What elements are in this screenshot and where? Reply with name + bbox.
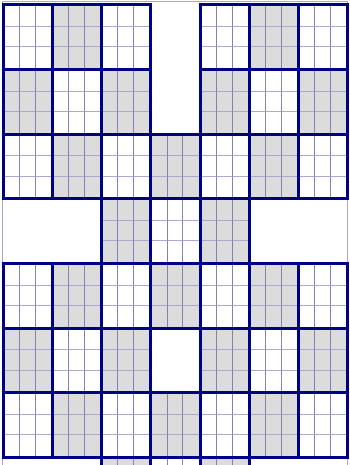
cell[interactable] (202, 286, 217, 307)
cell[interactable] (217, 6, 232, 27)
cell[interactable] (266, 47, 281, 68)
cell[interactable] (233, 112, 248, 133)
cell[interactable] (103, 350, 118, 370)
cell[interactable] (315, 371, 330, 391)
cell[interactable] (282, 156, 297, 176)
cell[interactable] (266, 350, 281, 370)
cell[interactable] (36, 6, 51, 27)
cell[interactable] (54, 394, 69, 415)
cell[interactable] (202, 459, 217, 465)
cell[interactable] (282, 47, 297, 68)
cell[interactable] (202, 221, 217, 242)
cell[interactable] (300, 47, 315, 68)
cell[interactable] (217, 265, 232, 286)
cell[interactable] (202, 27, 217, 48)
cell[interactable] (251, 371, 266, 391)
cell[interactable] (152, 415, 168, 436)
cell[interactable] (69, 47, 84, 68)
cell[interactable] (168, 415, 184, 436)
cell[interactable] (69, 177, 84, 197)
cell[interactable] (233, 459, 248, 465)
cell[interactable] (134, 265, 149, 286)
cell[interactable] (266, 265, 281, 286)
cell[interactable] (251, 435, 266, 456)
cell[interactable] (103, 92, 118, 113)
cell[interactable] (20, 394, 35, 415)
cell[interactable] (168, 435, 184, 456)
cell[interactable] (134, 156, 149, 176)
cell[interactable] (103, 265, 118, 286)
cell[interactable] (103, 221, 118, 242)
cell[interactable] (202, 200, 217, 221)
cell[interactable] (36, 371, 51, 391)
cell[interactable] (85, 112, 100, 133)
cell[interactable] (300, 177, 315, 197)
cell[interactable] (69, 330, 84, 350)
cell[interactable] (118, 177, 133, 197)
cell[interactable] (266, 71, 281, 92)
cell[interactable] (20, 92, 35, 113)
cell[interactable] (36, 112, 51, 133)
cell[interactable] (168, 136, 184, 156)
cell[interactable] (183, 241, 199, 262)
cell[interactable] (282, 415, 297, 436)
cell[interactable] (315, 394, 330, 415)
cell[interactable] (282, 136, 297, 156)
cell[interactable] (233, 136, 248, 156)
cell[interactable] (54, 330, 69, 350)
cell[interactable] (54, 435, 69, 456)
cell[interactable] (134, 92, 149, 113)
cell[interactable] (251, 71, 266, 92)
cell[interactable] (331, 394, 346, 415)
cell[interactable] (36, 415, 51, 436)
cell[interactable] (202, 177, 217, 197)
cell[interactable] (5, 47, 20, 68)
cell[interactable] (315, 330, 330, 350)
cell[interactable] (183, 200, 199, 221)
cell[interactable] (251, 92, 266, 113)
cell[interactable] (233, 371, 248, 391)
cell[interactable] (251, 394, 266, 415)
cell[interactable] (85, 47, 100, 68)
cell[interactable] (183, 265, 199, 286)
cell[interactable] (118, 265, 133, 286)
cell[interactable] (233, 435, 248, 456)
cell[interactable] (36, 136, 51, 156)
cell[interactable] (5, 6, 20, 27)
cell[interactable] (217, 330, 232, 350)
cell[interactable] (69, 286, 84, 307)
cell[interactable] (152, 221, 168, 242)
cell[interactable] (331, 286, 346, 307)
cell[interactable] (202, 306, 217, 327)
cell[interactable] (183, 306, 199, 327)
cell[interactable] (103, 394, 118, 415)
cell[interactable] (183, 221, 199, 242)
cell[interactable] (20, 156, 35, 176)
cell[interactable] (202, 241, 217, 262)
cell[interactable] (217, 371, 232, 391)
cell[interactable] (134, 112, 149, 133)
cell[interactable] (5, 350, 20, 370)
cell[interactable] (118, 92, 133, 113)
cell[interactable] (36, 435, 51, 456)
cell[interactable] (103, 71, 118, 92)
cell[interactable] (20, 350, 35, 370)
cell[interactable] (118, 112, 133, 133)
cell[interactable] (5, 306, 20, 327)
cell[interactable] (152, 200, 168, 221)
cell[interactable] (282, 306, 297, 327)
cell[interactable] (217, 459, 232, 465)
cell[interactable] (134, 6, 149, 27)
cell[interactable] (85, 71, 100, 92)
cell[interactable] (5, 415, 20, 436)
cell[interactable] (266, 306, 281, 327)
cell[interactable] (54, 286, 69, 307)
cell[interactable] (300, 286, 315, 307)
cell[interactable] (168, 241, 184, 262)
cell[interactable] (5, 71, 20, 92)
cell[interactable] (315, 156, 330, 176)
cell[interactable] (266, 136, 281, 156)
cell[interactable] (202, 136, 217, 156)
cell[interactable] (331, 371, 346, 391)
cell[interactable] (233, 92, 248, 113)
cell[interactable] (134, 330, 149, 350)
cell[interactable] (233, 241, 248, 262)
cell[interactable] (103, 27, 118, 48)
cell[interactable] (315, 286, 330, 307)
cell[interactable] (168, 200, 184, 221)
cell[interactable] (118, 306, 133, 327)
cell[interactable] (20, 371, 35, 391)
cell[interactable] (134, 47, 149, 68)
cell[interactable] (152, 435, 168, 456)
cell[interactable] (217, 112, 232, 133)
cell[interactable] (251, 112, 266, 133)
cell[interactable] (233, 27, 248, 48)
cell[interactable] (315, 6, 330, 27)
cell[interactable] (251, 265, 266, 286)
cell[interactable] (118, 221, 133, 242)
cell[interactable] (69, 156, 84, 176)
cell[interactable] (20, 27, 35, 48)
cell[interactable] (217, 394, 232, 415)
cell[interactable] (217, 435, 232, 456)
cell[interactable] (251, 415, 266, 436)
cell[interactable] (217, 136, 232, 156)
cell[interactable] (331, 112, 346, 133)
cell[interactable] (5, 112, 20, 133)
cell[interactable] (152, 286, 168, 307)
cell[interactable] (118, 371, 133, 391)
cell[interactable] (69, 435, 84, 456)
cell[interactable] (202, 435, 217, 456)
cell[interactable] (300, 156, 315, 176)
cell[interactable] (118, 47, 133, 68)
cell[interactable] (85, 177, 100, 197)
cell[interactable] (282, 177, 297, 197)
cell[interactable] (217, 156, 232, 176)
cell[interactable] (5, 435, 20, 456)
cell[interactable] (134, 306, 149, 327)
cell[interactable] (300, 435, 315, 456)
cell[interactable] (233, 221, 248, 242)
cell[interactable] (331, 330, 346, 350)
cell[interactable] (217, 221, 232, 242)
cell[interactable] (103, 459, 118, 465)
cell[interactable] (118, 6, 133, 27)
cell[interactable] (85, 394, 100, 415)
cell[interactable] (36, 27, 51, 48)
cell[interactable] (217, 177, 232, 197)
cell[interactable] (282, 371, 297, 391)
cell[interactable] (202, 156, 217, 176)
cell[interactable] (217, 27, 232, 48)
cell[interactable] (103, 200, 118, 221)
cell[interactable] (331, 47, 346, 68)
cell[interactable] (266, 156, 281, 176)
cell[interactable] (315, 47, 330, 68)
cell[interactable] (134, 350, 149, 370)
cell[interactable] (251, 306, 266, 327)
cell[interactable] (251, 177, 266, 197)
cell[interactable] (36, 394, 51, 415)
cell[interactable] (282, 112, 297, 133)
cell[interactable] (5, 136, 20, 156)
cell[interactable] (202, 6, 217, 27)
cell[interactable] (251, 156, 266, 176)
cell[interactable] (152, 156, 168, 176)
cell[interactable] (85, 265, 100, 286)
cell[interactable] (331, 306, 346, 327)
cell[interactable] (183, 286, 199, 307)
cell[interactable] (233, 265, 248, 286)
cell[interactable] (134, 177, 149, 197)
cell[interactable] (134, 241, 149, 262)
cell[interactable] (217, 241, 232, 262)
cell[interactable] (233, 350, 248, 370)
cell[interactable] (152, 394, 168, 415)
cell[interactable] (118, 241, 133, 262)
cell[interactable] (118, 330, 133, 350)
cell[interactable] (103, 47, 118, 68)
cell[interactable] (168, 394, 184, 415)
cell[interactable] (118, 394, 133, 415)
cell[interactable] (202, 112, 217, 133)
cell[interactable] (54, 6, 69, 27)
cell[interactable] (315, 415, 330, 436)
cell[interactable] (103, 177, 118, 197)
cell[interactable] (118, 286, 133, 307)
cell[interactable] (300, 6, 315, 27)
cell[interactable] (69, 265, 84, 286)
cell[interactable] (217, 92, 232, 113)
cell[interactable] (103, 6, 118, 27)
cell[interactable] (217, 306, 232, 327)
cell[interactable] (217, 350, 232, 370)
cell[interactable] (134, 435, 149, 456)
cell[interactable] (54, 136, 69, 156)
cell[interactable] (331, 6, 346, 27)
cell[interactable] (300, 350, 315, 370)
cell[interactable] (202, 92, 217, 113)
cell[interactable] (54, 47, 69, 68)
cell[interactable] (134, 200, 149, 221)
cell[interactable] (54, 415, 69, 436)
cell[interactable] (69, 136, 84, 156)
cell[interactable] (36, 286, 51, 307)
cell[interactable] (168, 286, 184, 307)
cell[interactable] (69, 415, 84, 436)
cell[interactable] (282, 330, 297, 350)
cell[interactable] (331, 415, 346, 436)
cell[interactable] (233, 415, 248, 436)
cell[interactable] (183, 177, 199, 197)
cell[interactable] (233, 394, 248, 415)
cell[interactable] (202, 330, 217, 350)
cell[interactable] (85, 6, 100, 27)
cell[interactable] (69, 71, 84, 92)
cell[interactable] (233, 6, 248, 27)
cell[interactable] (5, 330, 20, 350)
cell[interactable] (20, 71, 35, 92)
cell[interactable] (85, 435, 100, 456)
cell[interactable] (152, 136, 168, 156)
cell[interactable] (168, 156, 184, 176)
cell[interactable] (134, 136, 149, 156)
cell[interactable] (54, 92, 69, 113)
cell[interactable] (251, 47, 266, 68)
cell[interactable] (134, 27, 149, 48)
cell[interactable] (118, 71, 133, 92)
cell[interactable] (282, 6, 297, 27)
cell[interactable] (85, 371, 100, 391)
cell[interactable] (233, 330, 248, 350)
cell[interactable] (103, 136, 118, 156)
cell[interactable] (315, 136, 330, 156)
cell[interactable] (315, 71, 330, 92)
cell[interactable] (300, 394, 315, 415)
cell[interactable] (266, 394, 281, 415)
cell[interactable] (118, 415, 133, 436)
cell[interactable] (54, 350, 69, 370)
cell[interactable] (300, 330, 315, 350)
cell[interactable] (183, 435, 199, 456)
cell[interactable] (103, 371, 118, 391)
cell[interactable] (282, 394, 297, 415)
cell[interactable] (251, 136, 266, 156)
cell[interactable] (152, 459, 168, 465)
cell[interactable] (36, 47, 51, 68)
cell[interactable] (233, 71, 248, 92)
cell[interactable] (300, 112, 315, 133)
cell[interactable] (266, 415, 281, 436)
cell[interactable] (315, 350, 330, 370)
cell[interactable] (134, 459, 149, 465)
cell[interactable] (202, 265, 217, 286)
cell[interactable] (118, 156, 133, 176)
cell[interactable] (134, 415, 149, 436)
cell[interactable] (69, 112, 84, 133)
cell[interactable] (266, 92, 281, 113)
cell[interactable] (202, 71, 217, 92)
cell[interactable] (266, 27, 281, 48)
cell[interactable] (217, 415, 232, 436)
cell[interactable] (282, 286, 297, 307)
cell[interactable] (20, 265, 35, 286)
cell[interactable] (168, 221, 184, 242)
cell[interactable] (69, 350, 84, 370)
cell[interactable] (54, 306, 69, 327)
cell[interactable] (183, 459, 199, 465)
cell[interactable] (54, 265, 69, 286)
cell[interactable] (85, 350, 100, 370)
cell[interactable] (36, 92, 51, 113)
cell[interactable] (300, 415, 315, 436)
cell[interactable] (251, 286, 266, 307)
cell[interactable] (152, 306, 168, 327)
cell[interactable] (183, 136, 199, 156)
cell[interactable] (300, 265, 315, 286)
cell[interactable] (20, 330, 35, 350)
cell[interactable] (36, 71, 51, 92)
cell[interactable] (315, 306, 330, 327)
cell[interactable] (69, 92, 84, 113)
cell[interactable] (85, 27, 100, 48)
cell[interactable] (103, 286, 118, 307)
cell[interactable] (331, 92, 346, 113)
cell[interactable] (233, 286, 248, 307)
cell[interactable] (266, 371, 281, 391)
cell[interactable] (300, 136, 315, 156)
cell[interactable] (5, 371, 20, 391)
cell[interactable] (103, 156, 118, 176)
cell[interactable] (20, 6, 35, 27)
cell[interactable] (217, 200, 232, 221)
cell[interactable] (282, 71, 297, 92)
cell[interactable] (282, 350, 297, 370)
cell[interactable] (118, 435, 133, 456)
cell[interactable] (266, 112, 281, 133)
cell[interactable] (152, 241, 168, 262)
cell[interactable] (20, 306, 35, 327)
cell[interactable] (85, 306, 100, 327)
cell[interactable] (233, 306, 248, 327)
cell[interactable] (20, 286, 35, 307)
cell[interactable] (300, 371, 315, 391)
cell[interactable] (134, 71, 149, 92)
cell[interactable] (152, 177, 168, 197)
cell[interactable] (202, 371, 217, 391)
cell[interactable] (233, 177, 248, 197)
cell[interactable] (20, 136, 35, 156)
cell[interactable] (20, 112, 35, 133)
cell[interactable] (118, 200, 133, 221)
cell[interactable] (331, 177, 346, 197)
cell[interactable] (85, 156, 100, 176)
cell[interactable] (266, 6, 281, 27)
cell[interactable] (5, 156, 20, 176)
cell[interactable] (152, 265, 168, 286)
cell[interactable] (266, 330, 281, 350)
cell[interactable] (103, 330, 118, 350)
cell[interactable] (54, 112, 69, 133)
cell[interactable] (54, 177, 69, 197)
cell[interactable] (103, 112, 118, 133)
